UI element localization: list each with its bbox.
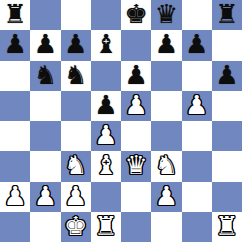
square-g6[interactable] — [182, 61, 212, 91]
white-pawn[interactable]: ♟ — [64, 182, 87, 211]
white-pawn[interactable]: ♟ — [155, 182, 178, 211]
square-h2[interactable] — [212, 182, 242, 212]
white-pawn[interactable]: ♟ — [185, 91, 208, 120]
square-f5[interactable] — [151, 91, 181, 121]
square-b8[interactable] — [30, 0, 60, 30]
square-h4[interactable] — [212, 121, 242, 151]
square-a1[interactable] — [0, 212, 30, 242]
square-g2[interactable] — [182, 182, 212, 212]
square-c2[interactable]: ♟ — [61, 182, 91, 212]
square-g4[interactable] — [182, 121, 212, 151]
square-b3[interactable] — [30, 151, 60, 181]
white-king[interactable]: ♚ — [64, 212, 87, 241]
square-h7[interactable] — [212, 30, 242, 60]
black-pawn[interactable]: ♟ — [215, 61, 238, 90]
square-c1[interactable]: ♚ — [61, 212, 91, 242]
square-c4[interactable] — [61, 121, 91, 151]
white-bishop[interactable]: ♝ — [94, 151, 117, 180]
white-rook[interactable]: ♜ — [94, 212, 117, 241]
square-c6[interactable]: ♞ — [61, 61, 91, 91]
square-e4[interactable] — [121, 121, 151, 151]
square-f8[interactable]: ♛ — [151, 0, 181, 30]
square-e2[interactable] — [121, 182, 151, 212]
square-h3[interactable] — [212, 151, 242, 181]
square-g5[interactable]: ♟ — [182, 91, 212, 121]
square-d6[interactable] — [91, 61, 121, 91]
black-king[interactable]: ♚ — [124, 0, 147, 29]
white-knight[interactable]: ♞ — [155, 151, 178, 180]
square-d3[interactable]: ♝ — [91, 151, 121, 181]
white-queen[interactable]: ♛ — [124, 151, 147, 180]
black-pawn[interactable]: ♟ — [155, 30, 178, 59]
square-a2[interactable]: ♟ — [0, 182, 30, 212]
black-pawn[interactable]: ♟ — [64, 30, 87, 59]
square-e5[interactable]: ♟ — [121, 91, 151, 121]
square-d4[interactable]: ♟ — [91, 121, 121, 151]
black-bishop[interactable]: ♝ — [94, 30, 117, 59]
white-pawn[interactable]: ♟ — [34, 182, 57, 211]
square-c7[interactable]: ♟ — [61, 30, 91, 60]
square-h8[interactable]: ♜ — [212, 0, 242, 30]
square-f3[interactable]: ♞ — [151, 151, 181, 181]
square-b1[interactable] — [30, 212, 60, 242]
black-pawn[interactable]: ♟ — [34, 30, 57, 59]
black-knight[interactable]: ♞ — [34, 61, 57, 90]
white-rook[interactable]: ♜ — [215, 212, 238, 241]
square-c8[interactable] — [61, 0, 91, 30]
square-c3[interactable]: ♞ — [61, 151, 91, 181]
black-pawn[interactable]: ♟ — [94, 91, 117, 120]
square-d2[interactable] — [91, 182, 121, 212]
square-a5[interactable] — [0, 91, 30, 121]
square-f6[interactable] — [151, 61, 181, 91]
square-a3[interactable] — [0, 151, 30, 181]
black-pawn[interactable]: ♟ — [185, 30, 208, 59]
square-d5[interactable]: ♟ — [91, 91, 121, 121]
square-f1[interactable] — [151, 212, 181, 242]
white-pawn[interactable]: ♟ — [94, 121, 117, 150]
square-h5[interactable] — [212, 91, 242, 121]
black-rook[interactable]: ♜ — [215, 0, 238, 29]
square-h1[interactable]: ♜ — [212, 212, 242, 242]
white-pawn[interactable]: ♟ — [3, 182, 26, 211]
square-e8[interactable]: ♚ — [121, 0, 151, 30]
square-a6[interactable] — [0, 61, 30, 91]
white-pawn[interactable]: ♟ — [124, 91, 147, 120]
square-b4[interactable] — [30, 121, 60, 151]
square-c5[interactable] — [61, 91, 91, 121]
square-f4[interactable] — [151, 121, 181, 151]
square-b5[interactable] — [30, 91, 60, 121]
square-g7[interactable]: ♟ — [182, 30, 212, 60]
chess-board: ♜♚♛♜♟♟♟♝♟♟♞♞♟♟♟♟♟♟♞♝♛♞♟♟♟♟♚♜♜ — [0, 0, 242, 242]
square-d7[interactable]: ♝ — [91, 30, 121, 60]
square-a8[interactable]: ♜ — [0, 0, 30, 30]
square-g1[interactable] — [182, 212, 212, 242]
square-a7[interactable]: ♟ — [0, 30, 30, 60]
square-b6[interactable]: ♞ — [30, 61, 60, 91]
square-h6[interactable]: ♟ — [212, 61, 242, 91]
square-f7[interactable]: ♟ — [151, 30, 181, 60]
square-d1[interactable]: ♜ — [91, 212, 121, 242]
black-pawn[interactable]: ♟ — [124, 61, 147, 90]
square-e7[interactable] — [121, 30, 151, 60]
white-knight[interactable]: ♞ — [64, 151, 87, 180]
square-g8[interactable] — [182, 0, 212, 30]
black-rook[interactable]: ♜ — [3, 0, 26, 29]
square-d8[interactable] — [91, 0, 121, 30]
black-queen[interactable]: ♛ — [155, 0, 178, 29]
square-b2[interactable]: ♟ — [30, 182, 60, 212]
square-e1[interactable] — [121, 212, 151, 242]
square-e3[interactable]: ♛ — [121, 151, 151, 181]
square-a4[interactable] — [0, 121, 30, 151]
square-g3[interactable] — [182, 151, 212, 181]
black-pawn[interactable]: ♟ — [3, 30, 26, 59]
black-knight[interactable]: ♞ — [64, 61, 87, 90]
square-f2[interactable]: ♟ — [151, 182, 181, 212]
square-b7[interactable]: ♟ — [30, 30, 60, 60]
square-e6[interactable]: ♟ — [121, 61, 151, 91]
